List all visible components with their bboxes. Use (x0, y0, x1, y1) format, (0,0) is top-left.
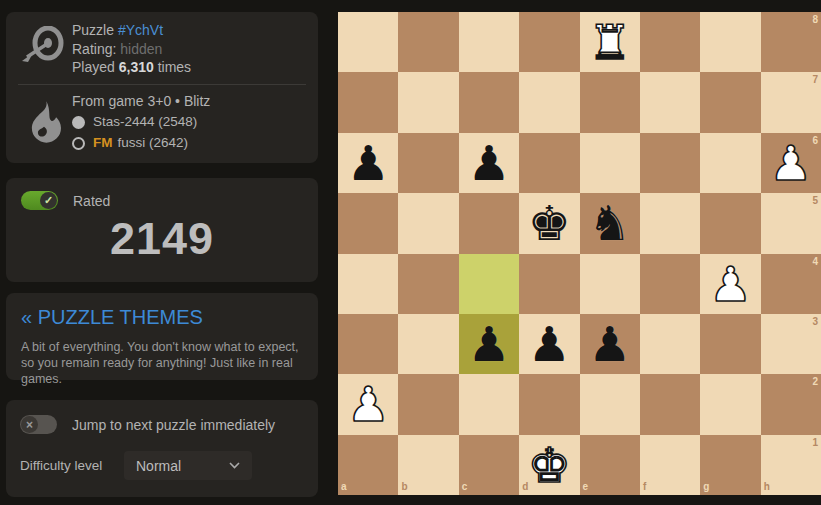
file-label-a: a (341, 482, 347, 492)
black-pawn[interactable]: ♟ (467, 139, 510, 187)
file-label-g: g (703, 482, 709, 492)
rating-label: Rating: (72, 41, 120, 57)
square-a2[interactable]: ♟ (338, 374, 398, 434)
theme-description: A bit of everything. You don't know what… (21, 339, 303, 387)
puzzle-id-link[interactable]: #YchVt (118, 22, 163, 38)
chess-board: ♜87♟♟6♟♚♞5♟4♟♟♟3♟2abcd♚efg1h (338, 12, 821, 495)
square-a7[interactable] (338, 72, 398, 132)
square-h8[interactable]: 8 (761, 12, 821, 72)
square-b7[interactable] (398, 72, 458, 132)
square-c5[interactable] (459, 193, 519, 253)
square-c6[interactable]: ♟ (459, 133, 519, 193)
rated-toggle-row: ✓ Rated (21, 191, 303, 210)
square-f1[interactable]: f (640, 435, 700, 495)
rated-label: Rated (73, 193, 110, 209)
rank-label-4: 4 (812, 257, 818, 267)
player-black[interactable]: FM fussi (2642) (72, 134, 308, 152)
played-prefix: Played (72, 59, 119, 75)
square-h7[interactable]: 7 (761, 72, 821, 132)
square-h3[interactable]: 3 (761, 314, 821, 374)
settings-panel: × Jump to next puzzle immediately Diffic… (6, 400, 318, 497)
file-label-b: b (401, 482, 407, 492)
square-b5[interactable] (398, 193, 458, 253)
square-g3[interactable] (700, 314, 760, 374)
panel-divider (18, 84, 306, 85)
square-d8[interactable] (519, 12, 579, 72)
difficulty-row: Difficulty level Normal (20, 451, 304, 480)
rank-label-8: 8 (812, 15, 818, 25)
square-f6[interactable] (640, 133, 700, 193)
square-g1[interactable]: g (700, 435, 760, 495)
black-king[interactable]: ♚ (528, 199, 571, 247)
square-f2[interactable] (640, 374, 700, 434)
square-g5[interactable] (700, 193, 760, 253)
square-d4[interactable] (519, 254, 579, 314)
square-f8[interactable] (640, 12, 700, 72)
rank-label-5: 5 (812, 196, 818, 206)
rating-value: hidden (120, 41, 162, 57)
square-e7[interactable] (580, 72, 640, 132)
square-e2[interactable] (580, 374, 640, 434)
white-player-name: Stas-2444 (2548) (93, 113, 197, 131)
rank-label-6: 6 (812, 136, 818, 146)
jump-label: Jump to next puzzle immediately (72, 417, 275, 433)
puzzle-info-text: Puzzle #YchVt Rating: hidden Played 6,31… (72, 21, 308, 77)
square-f3[interactable] (640, 314, 700, 374)
square-g7[interactable] (700, 72, 760, 132)
puzzle-rating-line: Rating: hidden (72, 40, 308, 59)
white-player-disc-icon (72, 116, 85, 129)
white-pawn[interactable]: ♟ (347, 380, 390, 428)
jump-toggle[interactable]: × (20, 415, 57, 434)
square-b4[interactable] (398, 254, 458, 314)
black-player-name: fussi (2642) (118, 134, 189, 152)
rank-label-1: 1 (812, 438, 818, 448)
game-source-text: From game 3+0 • Blitz Stas-2444 (2548) F… (72, 92, 308, 153)
square-g4[interactable]: ♟ (700, 254, 760, 314)
square-b8[interactable] (398, 12, 458, 72)
file-label-e: e (583, 482, 589, 492)
square-d5[interactable]: ♚ (519, 193, 579, 253)
square-c3[interactable]: ♟ (459, 314, 519, 374)
square-c1[interactable]: c (459, 435, 519, 495)
square-e3[interactable]: ♟ (580, 314, 640, 374)
puzzle-title: Puzzle #YchVt (72, 21, 308, 40)
black-pawn[interactable]: ♟ (467, 320, 510, 368)
square-g2[interactable] (700, 374, 760, 434)
difficulty-value: Normal (136, 458, 181, 474)
puzzle-played-line: Played 6,310 times (72, 58, 308, 77)
square-f4[interactable] (640, 254, 700, 314)
rated-toggle-check-icon: ✓ (40, 192, 57, 209)
white-rook[interactable]: ♜ (588, 18, 631, 66)
black-player-disc-icon (72, 137, 85, 150)
square-e6[interactable] (580, 133, 640, 193)
file-label-d: d (522, 482, 528, 492)
themes-panel: « PUZZLE THEMES A bit of everything. You… (6, 293, 318, 380)
square-a6[interactable]: ♟ (338, 133, 398, 193)
square-h4[interactable]: 4 (761, 254, 821, 314)
file-label-f: f (643, 482, 646, 492)
black-pawn[interactable]: ♟ (588, 320, 631, 368)
square-g8[interactable] (700, 12, 760, 72)
square-d6[interactable] (519, 133, 579, 193)
square-c2[interactable] (459, 374, 519, 434)
square-g6[interactable] (700, 133, 760, 193)
played-suffix: times (154, 59, 191, 75)
square-d3[interactable]: ♟ (519, 314, 579, 374)
black-pawn[interactable]: ♟ (528, 320, 571, 368)
square-c7[interactable] (459, 72, 519, 132)
rank-label-3: 3 (812, 317, 818, 327)
difficulty-label: Difficulty level (20, 458, 124, 473)
square-b1[interactable]: b (398, 435, 458, 495)
square-b3[interactable] (398, 314, 458, 374)
player-white[interactable]: Stas-2444 (2548) (72, 113, 308, 131)
file-label-h: h (764, 482, 770, 492)
file-label-c: c (462, 482, 468, 492)
white-pawn[interactable]: ♟ (709, 260, 752, 308)
puzzle-themes-link[interactable]: « PUZZLE THEMES (21, 306, 303, 329)
puzzle-info-panel: Puzzle #YchVt Rating: hidden Played 6,31… (6, 12, 318, 163)
square-b6[interactable] (398, 133, 458, 193)
rank-label-7: 7 (812, 75, 818, 85)
square-a8[interactable] (338, 12, 398, 72)
square-e4[interactable] (580, 254, 640, 314)
square-h1[interactable]: 1h (761, 435, 821, 495)
square-h6[interactable]: 6♟ (761, 133, 821, 193)
chevron-down-icon (229, 462, 240, 469)
difficulty-select[interactable]: Normal (124, 451, 252, 480)
square-a1[interactable]: a (338, 435, 398, 495)
rated-panel: ✓ Rated 2149 (6, 178, 318, 282)
square-b2[interactable] (398, 374, 458, 434)
black-pawn[interactable]: ♟ (347, 139, 390, 187)
square-f5[interactable] (640, 193, 700, 253)
square-h5[interactable]: 5 (761, 193, 821, 253)
jump-toggle-row: × Jump to next puzzle immediately (20, 415, 304, 434)
square-h2[interactable]: 2 (761, 374, 821, 434)
square-a3[interactable] (338, 314, 398, 374)
target-icon (16, 26, 72, 72)
blitz-flame-icon (16, 100, 72, 144)
played-count: 6,310 (119, 59, 154, 75)
puzzle-page: Puzzle #YchVt Rating: hidden Played 6,31… (0, 0, 821, 505)
square-f7[interactable] (640, 72, 700, 132)
puzzle-title-prefix: Puzzle (72, 22, 118, 38)
square-a4[interactable] (338, 254, 398, 314)
puzzle-info-row: Puzzle #YchVt Rating: hidden Played 6,31… (16, 21, 308, 77)
square-e1[interactable]: e (580, 435, 640, 495)
square-c8[interactable] (459, 12, 519, 72)
white-king[interactable]: ♚ (528, 441, 571, 489)
white-pawn[interactable]: ♟ (769, 139, 812, 187)
black-player-title: FM (93, 134, 113, 152)
square-d1[interactable]: d♚ (519, 435, 579, 495)
game-source-row: From game 3+0 • Blitz Stas-2444 (2548) F… (16, 92, 308, 153)
square-a5[interactable] (338, 193, 398, 253)
square-e8[interactable]: ♜ (580, 12, 640, 72)
square-e5[interactable]: ♞ (580, 193, 640, 253)
rank-label-2: 2 (812, 377, 818, 387)
square-d7[interactable] (519, 72, 579, 132)
jump-toggle-x-icon: × (21, 416, 38, 433)
square-d2[interactable] (519, 374, 579, 434)
rated-toggle[interactable]: ✓ (21, 191, 58, 210)
square-c4[interactable] (459, 254, 519, 314)
from-game-label: From game 3+0 • Blitz (72, 92, 308, 111)
black-knight[interactable]: ♞ (588, 199, 631, 247)
user-puzzle-rating: 2149 (21, 213, 303, 265)
